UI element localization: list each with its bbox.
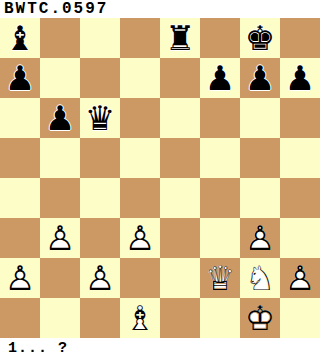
black-pawn[interactable]: ♟ <box>200 58 240 98</box>
white-bishop-outline-icon: ♗ <box>120 298 160 338</box>
square-h5[interactable] <box>280 138 320 178</box>
square-e2[interactable] <box>160 258 200 298</box>
square-d1[interactable]: ♝♗ <box>120 298 160 338</box>
square-a2[interactable]: ♟♙ <box>0 258 40 298</box>
white-knight[interactable]: ♞♘ <box>240 258 280 298</box>
square-f7[interactable]: ♟ <box>200 58 240 98</box>
black-pawn[interactable]: ♟ <box>280 58 320 98</box>
square-h6[interactable] <box>280 98 320 138</box>
square-e4[interactable] <box>160 178 200 218</box>
square-a4[interactable] <box>0 178 40 218</box>
square-c1[interactable] <box>80 298 120 338</box>
square-a6[interactable] <box>0 98 40 138</box>
black-rook[interactable]: ♜ <box>160 18 200 58</box>
square-c3[interactable] <box>80 218 120 258</box>
square-b8[interactable] <box>40 18 80 58</box>
black-queen[interactable]: ♛ <box>80 98 120 138</box>
white-king[interactable]: ♚♔ <box>240 298 280 338</box>
square-f5[interactable] <box>200 138 240 178</box>
square-f8[interactable] <box>200 18 240 58</box>
puzzle-title: BWTC.0597 <box>0 0 320 18</box>
square-c7[interactable] <box>80 58 120 98</box>
square-f1[interactable] <box>200 298 240 338</box>
square-c5[interactable] <box>80 138 120 178</box>
square-a3[interactable] <box>0 218 40 258</box>
square-e1[interactable] <box>160 298 200 338</box>
square-b3[interactable]: ♟♙ <box>40 218 80 258</box>
square-f6[interactable] <box>200 98 240 138</box>
square-h8[interactable] <box>280 18 320 58</box>
square-h7[interactable]: ♟ <box>280 58 320 98</box>
square-g1[interactable]: ♚♔ <box>240 298 280 338</box>
square-g8[interactable]: ♚ <box>240 18 280 58</box>
square-d7[interactable] <box>120 58 160 98</box>
black-pawn[interactable]: ♟ <box>240 58 280 98</box>
black-pawn[interactable]: ♟ <box>40 98 80 138</box>
square-c6[interactable]: ♛ <box>80 98 120 138</box>
white-pawn[interactable]: ♟♙ <box>0 258 40 298</box>
square-h3[interactable] <box>280 218 320 258</box>
white-pawn[interactable]: ♟♙ <box>240 218 280 258</box>
square-f3[interactable] <box>200 218 240 258</box>
white-pawn-outline-icon: ♙ <box>280 258 320 298</box>
square-h2[interactable]: ♟♙ <box>280 258 320 298</box>
square-g4[interactable] <box>240 178 280 218</box>
white-pawn-outline-icon: ♙ <box>80 258 120 298</box>
square-h4[interactable] <box>280 178 320 218</box>
square-h1[interactable] <box>280 298 320 338</box>
square-g3[interactable]: ♟♙ <box>240 218 280 258</box>
square-b4[interactable] <box>40 178 80 218</box>
square-b6[interactable]: ♟ <box>40 98 80 138</box>
square-a5[interactable] <box>0 138 40 178</box>
chess-board: ♝♜♚♟♟♟♟♟♛♟♙♟♙♟♙♟♙♟♙♛♕♞♘♟♙♝♗♚♔ <box>0 18 320 338</box>
square-a7[interactable]: ♟ <box>0 58 40 98</box>
square-g5[interactable] <box>240 138 280 178</box>
square-c2[interactable]: ♟♙ <box>80 258 120 298</box>
square-f4[interactable] <box>200 178 240 218</box>
white-pawn-outline-icon: ♙ <box>240 218 280 258</box>
white-pawn-outline-icon: ♙ <box>120 218 160 258</box>
white-pawn-outline-icon: ♙ <box>40 218 80 258</box>
square-b2[interactable] <box>40 258 80 298</box>
square-e8[interactable]: ♜ <box>160 18 200 58</box>
square-g2[interactable]: ♞♘ <box>240 258 280 298</box>
white-pawn-outline-icon: ♙ <box>0 258 40 298</box>
move-prompt: 1... ? <box>0 338 320 360</box>
square-e7[interactable] <box>160 58 200 98</box>
square-e6[interactable] <box>160 98 200 138</box>
white-pawn[interactable]: ♟♙ <box>80 258 120 298</box>
square-e5[interactable] <box>160 138 200 178</box>
square-d3[interactable]: ♟♙ <box>120 218 160 258</box>
white-pawn[interactable]: ♟♙ <box>120 218 160 258</box>
square-b5[interactable] <box>40 138 80 178</box>
white-knight-outline-icon: ♘ <box>240 258 280 298</box>
white-king-outline-icon: ♔ <box>240 298 280 338</box>
square-g7[interactable]: ♟ <box>240 58 280 98</box>
square-c8[interactable] <box>80 18 120 58</box>
square-a1[interactable] <box>0 298 40 338</box>
square-a8[interactable]: ♝ <box>0 18 40 58</box>
square-d2[interactable] <box>120 258 160 298</box>
black-king[interactable]: ♚ <box>240 18 280 58</box>
square-d8[interactable] <box>120 18 160 58</box>
white-queen-outline-icon: ♕ <box>200 258 240 298</box>
black-pawn[interactable]: ♟ <box>0 58 40 98</box>
square-e3[interactable] <box>160 218 200 258</box>
chess-puzzle-window: BWTC.0597 ♝♜♚♟♟♟♟♟♛♟♙♟♙♟♙♟♙♟♙♛♕♞♘♟♙♝♗♚♔ … <box>0 0 320 360</box>
white-bishop[interactable]: ♝♗ <box>120 298 160 338</box>
square-c4[interactable] <box>80 178 120 218</box>
white-queen[interactable]: ♛♕ <box>200 258 240 298</box>
black-bishop[interactable]: ♝ <box>0 18 40 58</box>
square-g6[interactable] <box>240 98 280 138</box>
square-d5[interactable] <box>120 138 160 178</box>
white-pawn[interactable]: ♟♙ <box>40 218 80 258</box>
square-b7[interactable] <box>40 58 80 98</box>
square-f2[interactable]: ♛♕ <box>200 258 240 298</box>
white-pawn[interactable]: ♟♙ <box>280 258 320 298</box>
square-d6[interactable] <box>120 98 160 138</box>
square-b1[interactable] <box>40 298 80 338</box>
square-d4[interactable] <box>120 178 160 218</box>
